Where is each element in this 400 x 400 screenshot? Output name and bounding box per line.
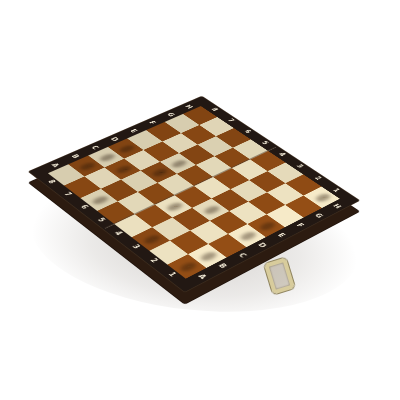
square-c1[interactable] [208, 234, 246, 258]
square-b3[interactable] [152, 217, 190, 240]
square-c2[interactable] [190, 221, 228, 244]
square-b1[interactable] [188, 244, 227, 268]
chess-board: AA88BB77CC66DD55EE44FF33GG22HH11 ♜♝♚♟♞♟♛… [29, 97, 359, 292]
square-b5[interactable] [118, 192, 155, 214]
square-b2[interactable] [170, 231, 208, 255]
square-a3[interactable] [132, 227, 170, 251]
square-a7[interactable] [64, 176, 101, 198]
square-e2[interactable] [229, 202, 266, 224]
perspective-wrapper: AA88BB77CC66DD55EE44FF33GG22HH11 ♜♝♚♟♞♟♛… [0, 0, 400, 400]
square-g1[interactable] [285, 196, 322, 218]
board-grid [48, 106, 340, 279]
square-d2[interactable] [210, 211, 248, 234]
square-a5[interactable] [97, 201, 135, 224]
square-d1[interactable] [228, 224, 266, 247]
square-e1[interactable] [247, 214, 285, 237]
square-a2[interactable] [149, 241, 188, 265]
square-f1[interactable] [266, 205, 303, 227]
square-c5[interactable] [138, 183, 175, 205]
square-a4[interactable] [114, 214, 152, 237]
square-c4[interactable] [155, 195, 192, 217]
chess-set-photo: AA88BB77CC66DD55EE44FF33GG22HH11 ♜♝♚♟♞♟♛… [0, 0, 400, 400]
square-d3[interactable] [192, 198, 229, 220]
square-d4[interactable] [175, 186, 212, 208]
square-b4[interactable] [135, 205, 173, 228]
square-c3[interactable] [172, 208, 210, 231]
square-a6[interactable] [80, 189, 117, 211]
square-a1[interactable] [167, 254, 206, 279]
